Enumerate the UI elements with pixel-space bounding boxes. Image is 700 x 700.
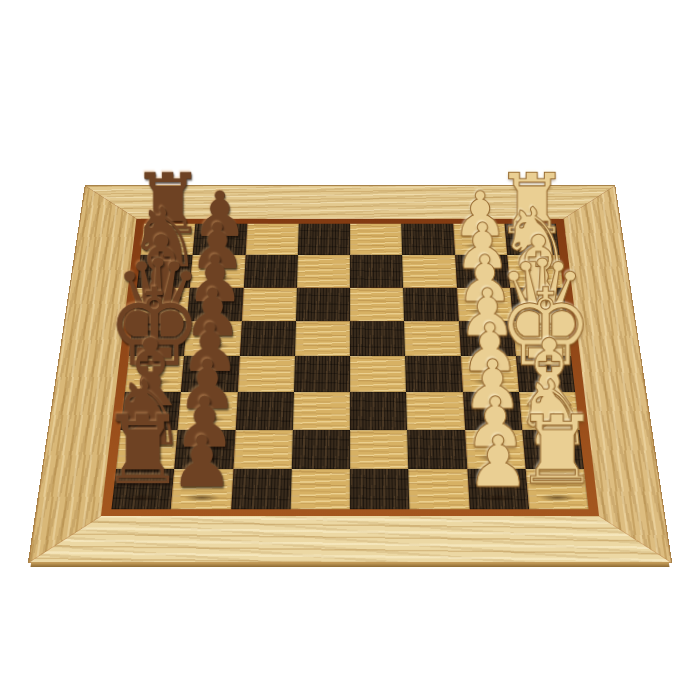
square-h7[interactable]: ♟ [171, 469, 233, 510]
square-a5[interactable] [298, 224, 350, 255]
square-c5[interactable] [296, 287, 350, 321]
square-h8[interactable]: ♜ [111, 469, 174, 510]
square-f3[interactable] [406, 392, 464, 430]
square-d4[interactable] [350, 321, 405, 356]
square-e5[interactable] [294, 356, 350, 392]
square-c4[interactable] [350, 287, 404, 321]
square-f5[interactable] [293, 392, 350, 430]
square-e6[interactable] [237, 356, 294, 392]
square-d5[interactable] [295, 321, 350, 356]
photo-stage: ♜♟♟♜♞♟♟♞♝♟♟♝♛♟♟♛♚♟♟♚♝♟♟♝♞♟♟♞♜♟♟♜ [0, 0, 700, 700]
square-h6[interactable] [231, 469, 292, 510]
square-b3[interactable] [402, 255, 456, 287]
square-g3[interactable] [407, 430, 467, 469]
square-e3[interactable] [405, 356, 462, 392]
square-b4[interactable] [350, 255, 403, 287]
square-g4[interactable] [350, 430, 408, 469]
square-h3[interactable] [408, 469, 469, 510]
chess-board: ♜♟♟♜♞♟♟♞♝♟♟♝♛♟♟♛♚♟♟♚♝♟♟♝♞♟♟♞♜♟♟♜ [29, 186, 671, 562]
square-c6[interactable] [241, 287, 296, 321]
square-f6[interactable] [235, 392, 293, 430]
square-a3[interactable] [401, 224, 454, 255]
board-frame-bottom [29, 516, 671, 562]
square-a4[interactable] [350, 224, 402, 255]
square-h4[interactable] [350, 469, 410, 510]
square-a6[interactable] [245, 224, 298, 255]
square-f4[interactable] [350, 392, 407, 430]
board-grid: ♜♟♟♜♞♟♟♞♝♟♟♝♛♟♟♛♚♟♟♚♝♟♟♝♞♟♟♞♜♟♟♜ [111, 224, 588, 510]
square-d3[interactable] [404, 321, 460, 356]
piece-white-rook[interactable]: ♜ [515, 404, 600, 498]
square-b6[interactable] [243, 255, 297, 287]
piece-black-pawn[interactable]: ♟ [170, 427, 234, 498]
square-g6[interactable] [233, 430, 293, 469]
square-h1[interactable]: ♜ [525, 469, 588, 510]
square-h5[interactable] [290, 469, 350, 510]
square-e4[interactable] [350, 356, 406, 392]
square-d6[interactable] [240, 321, 296, 356]
square-c3[interactable] [403, 287, 458, 321]
square-b5[interactable] [297, 255, 350, 287]
square-g5[interactable] [292, 430, 350, 469]
